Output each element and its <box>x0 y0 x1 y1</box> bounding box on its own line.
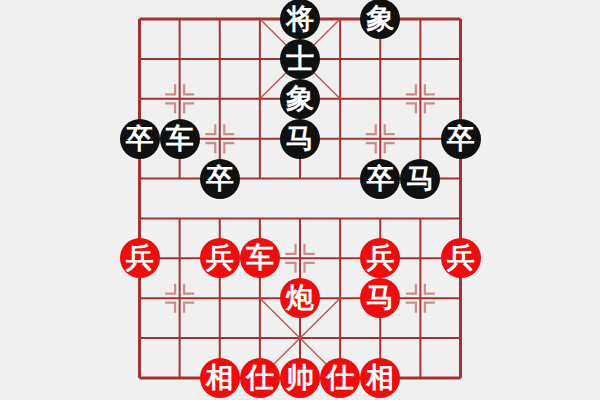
piece-red-pawn[interactable]: 兵 <box>200 238 240 278</box>
xiangqi-board-stage: 将象士象卒车马卒卒卒马兵兵车兵兵炮马相仕帅仕相 <box>0 0 600 400</box>
piece-red-cannon[interactable]: 炮 <box>280 278 320 318</box>
piece-black-elephant[interactable]: 象 <box>360 0 400 39</box>
piece-red-advisor[interactable]: 仕 <box>240 358 280 398</box>
piece-red-pawn[interactable]: 兵 <box>360 238 400 278</box>
piece-black-pawn[interactable]: 卒 <box>200 159 240 199</box>
piece-red-horse[interactable]: 马 <box>360 278 400 318</box>
piece-black-pawn[interactable]: 卒 <box>441 119 481 159</box>
piece-red-elephant[interactable]: 相 <box>200 358 240 398</box>
piece-black-horse[interactable]: 马 <box>280 119 320 159</box>
piece-red-pawn[interactable]: 兵 <box>120 238 160 278</box>
piece-red-pawn[interactable]: 兵 <box>441 238 481 278</box>
piece-red-chariot[interactable]: 车 <box>240 238 280 278</box>
piece-black-advisor[interactable]: 士 <box>280 39 320 79</box>
piece-black-pawn[interactable]: 卒 <box>120 119 160 159</box>
piece-black-horse[interactable]: 马 <box>400 159 440 199</box>
piece-red-advisor[interactable]: 仕 <box>320 358 360 398</box>
piece-black-pawn[interactable]: 卒 <box>360 159 400 199</box>
piece-red-elephant[interactable]: 相 <box>360 358 400 398</box>
piece-black-chariot[interactable]: 车 <box>160 119 200 159</box>
piece-black-general[interactable]: 将 <box>280 0 320 39</box>
piece-red-general[interactable]: 帅 <box>280 358 320 398</box>
piece-black-elephant[interactable]: 象 <box>280 79 320 119</box>
